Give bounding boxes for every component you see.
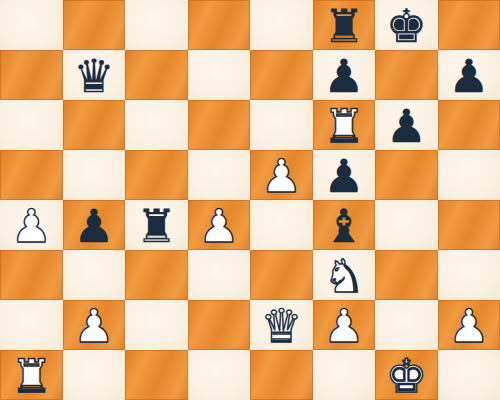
- square-b6[interactable]: [63, 100, 126, 150]
- square-h3[interactable]: [438, 250, 500, 300]
- square-g5[interactable]: [375, 150, 438, 200]
- square-g8[interactable]: ♚: [375, 0, 438, 50]
- square-h6[interactable]: [438, 100, 500, 150]
- chess-board: ♜♚♛♟♟♜♟♟♟♟♟♜♟♝♞♟♛♟♟♜♚: [0, 0, 500, 400]
- white-pawn: ♟: [448, 303, 489, 349]
- square-e4[interactable]: [250, 200, 313, 250]
- white-pawn: ♟: [11, 203, 52, 249]
- square-a5[interactable]: [0, 150, 63, 200]
- square-c6[interactable]: [125, 100, 188, 150]
- square-a1[interactable]: ♜: [0, 350, 63, 400]
- square-a2[interactable]: [0, 300, 63, 350]
- square-c5[interactable]: [125, 150, 188, 200]
- square-a6[interactable]: [0, 100, 63, 150]
- square-b7[interactable]: ♛: [63, 50, 126, 100]
- black-king: ♚: [386, 3, 427, 49]
- square-e3[interactable]: [250, 250, 313, 300]
- square-g1[interactable]: ♚: [375, 350, 438, 400]
- square-e1[interactable]: [250, 350, 313, 400]
- square-g6[interactable]: ♟: [375, 100, 438, 150]
- square-d1[interactable]: [188, 350, 251, 400]
- square-e5[interactable]: ♟: [250, 150, 313, 200]
- square-c3[interactable]: [125, 250, 188, 300]
- black-rook: ♜: [136, 203, 177, 249]
- square-d4[interactable]: ♟: [188, 200, 251, 250]
- square-b3[interactable]: [63, 250, 126, 300]
- black-pawn: ♟: [386, 103, 427, 149]
- black-pawn: ♟: [323, 153, 364, 199]
- black-bishop: ♝: [323, 203, 364, 249]
- white-king: ♚: [386, 353, 427, 399]
- square-g7[interactable]: [375, 50, 438, 100]
- square-e6[interactable]: [250, 100, 313, 150]
- white-rook: ♜: [323, 103, 364, 149]
- square-d6[interactable]: [188, 100, 251, 150]
- square-e7[interactable]: [250, 50, 313, 100]
- white-pawn: ♟: [73, 303, 114, 349]
- square-e2[interactable]: ♛: [250, 300, 313, 350]
- black-pawn: ♟: [73, 203, 114, 249]
- square-f3[interactable]: ♞: [313, 250, 376, 300]
- square-b1[interactable]: [63, 350, 126, 400]
- square-g3[interactable]: [375, 250, 438, 300]
- square-d5[interactable]: [188, 150, 251, 200]
- black-pawn: ♟: [323, 53, 364, 99]
- square-b2[interactable]: ♟: [63, 300, 126, 350]
- square-a8[interactable]: [0, 0, 63, 50]
- white-queen: ♛: [261, 303, 302, 349]
- white-knight: ♞: [323, 253, 364, 299]
- square-c1[interactable]: [125, 350, 188, 400]
- square-f7[interactable]: ♟: [313, 50, 376, 100]
- square-d8[interactable]: [188, 0, 251, 50]
- white-pawn: ♟: [198, 203, 239, 249]
- square-a4[interactable]: ♟: [0, 200, 63, 250]
- square-h5[interactable]: [438, 150, 500, 200]
- black-pawn: ♟: [448, 53, 489, 99]
- square-h2[interactable]: ♟: [438, 300, 500, 350]
- square-f4[interactable]: ♝: [313, 200, 376, 250]
- square-f8[interactable]: ♜: [313, 0, 376, 50]
- white-rook: ♜: [11, 353, 52, 399]
- square-b8[interactable]: [63, 0, 126, 50]
- white-pawn: ♟: [261, 153, 302, 199]
- black-rook: ♜: [323, 3, 364, 49]
- square-f5[interactable]: ♟: [313, 150, 376, 200]
- white-pawn: ♟: [323, 303, 364, 349]
- square-c2[interactable]: [125, 300, 188, 350]
- square-h7[interactable]: ♟: [438, 50, 500, 100]
- square-f6[interactable]: ♜: [313, 100, 376, 150]
- square-f2[interactable]: ♟: [313, 300, 376, 350]
- square-h4[interactable]: [438, 200, 500, 250]
- square-g4[interactable]: [375, 200, 438, 250]
- square-c4[interactable]: ♜: [125, 200, 188, 250]
- square-b5[interactable]: [63, 150, 126, 200]
- square-e8[interactable]: [250, 0, 313, 50]
- square-g2[interactable]: [375, 300, 438, 350]
- square-c7[interactable]: [125, 50, 188, 100]
- square-h1[interactable]: [438, 350, 500, 400]
- square-c8[interactable]: [125, 0, 188, 50]
- square-d7[interactable]: [188, 50, 251, 100]
- square-b4[interactable]: ♟: [63, 200, 126, 250]
- square-d3[interactable]: [188, 250, 251, 300]
- square-a3[interactable]: [0, 250, 63, 300]
- square-h8[interactable]: [438, 0, 500, 50]
- square-d2[interactable]: [188, 300, 251, 350]
- square-a7[interactable]: [0, 50, 63, 100]
- black-queen: ♛: [73, 53, 114, 99]
- square-f1[interactable]: [313, 350, 376, 400]
